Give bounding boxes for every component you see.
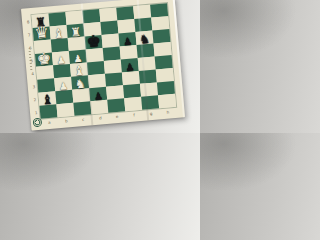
piece-white-pawn-b3: ♟ [58,81,68,92]
rank-label-4: 4 [28,71,36,77]
file-label-h: h [167,109,170,117]
piece-white-pawn-b5: ♟ [56,55,66,66]
file-label-d: d [99,115,102,123]
piece-white-bishop-b7: ♝ [52,26,65,40]
square-a5: ♚ [35,52,53,66]
square-c1 [73,101,91,115]
file-label-f: f [133,112,135,120]
square-e1 [107,98,125,112]
square-d6: ♚ [85,35,103,49]
board-squares: ♜♛♝♜♚♟♞♚♟♟♝♟♟♞♝♟ [32,3,177,118]
piece-black-king-d6: ♚ [86,33,102,50]
rank-label-3: 3 [30,84,38,90]
rank-label-2: 2 [31,97,39,103]
piece-white-bishop-c4: ♝ [73,64,86,78]
rank-label-1: 1 [32,110,40,116]
file-label-g: g [150,111,153,119]
rank-label-7: 7 [25,32,33,38]
piece-white-queen-a7: ♛ [34,25,50,42]
piece-black-pawn-f4: ♟ [125,62,135,73]
file-label-e: e [116,114,119,122]
piece-black-knight-g6: ♞ [139,33,151,46]
square-f1 [124,97,142,111]
piece-white-rook-c7: ♜ [70,26,82,39]
piece-black-pawn-d2: ♟ [94,91,104,102]
chessboard: 87654321 abcdefgh ♜♛♝♜♚♟♞♚♟♟♝♟♟♞♝♟ [21,0,185,130]
rank-label-8: 8 [24,19,32,25]
piece-black-pawn-f6: ♟ [123,36,133,47]
square-a2: ♝ [38,91,56,105]
square-b1 [56,103,74,117]
square-d1 [90,100,108,114]
file-label-b: b [65,118,68,126]
rank-label-6: 6 [26,45,34,51]
square-h1 [158,94,176,108]
square-a7: ♛ [33,27,51,41]
file-label-a: a [48,120,51,128]
square-b7: ♝ [50,25,68,39]
square-c4: ♝ [70,62,88,76]
piece-white-knight-c3: ♞ [74,78,86,91]
file-label-c: c [82,117,85,125]
square-g1 [141,95,159,109]
piece-black-bishop-a2: ♝ [41,92,54,106]
piece-white-king-a5: ♚ [36,51,52,68]
rank-label-5: 5 [27,58,35,64]
